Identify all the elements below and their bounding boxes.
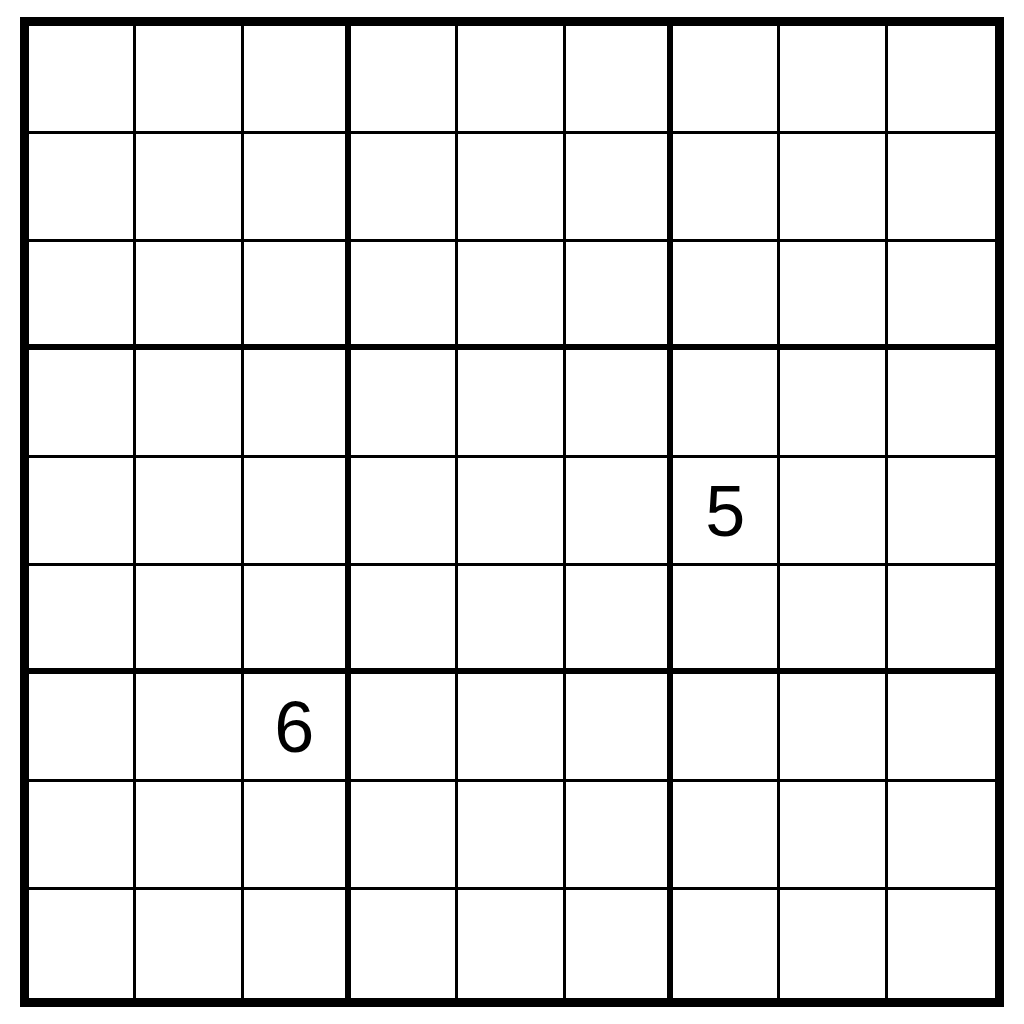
- cell-r9c6[interactable]: [566, 890, 673, 998]
- cell-r1c5[interactable]: [458, 26, 565, 134]
- cell-r1c9[interactable]: [888, 26, 995, 134]
- cell-r5c8[interactable]: [780, 458, 887, 566]
- cell-r4c9[interactable]: [888, 350, 995, 458]
- cell-r2c5[interactable]: [458, 134, 565, 242]
- cell-r7c4[interactable]: [351, 674, 458, 782]
- cell-r5c1[interactable]: [29, 458, 136, 566]
- cell-r5c6[interactable]: [566, 458, 673, 566]
- cell-r4c8[interactable]: [780, 350, 887, 458]
- cell-r9c7[interactable]: [673, 890, 780, 998]
- cell-r3c4[interactable]: [351, 242, 458, 350]
- cell-r8c8[interactable]: [780, 782, 887, 890]
- cell-r1c7[interactable]: [673, 26, 780, 134]
- cell-r5c9[interactable]: [888, 458, 995, 566]
- cell-r1c4[interactable]: [351, 26, 458, 134]
- cell-r7c3[interactable]: 6: [244, 674, 351, 782]
- cell-r5c3[interactable]: [244, 458, 351, 566]
- cell-r4c2[interactable]: [136, 350, 243, 458]
- cell-r7c8[interactable]: [780, 674, 887, 782]
- cell-r3c2[interactable]: [136, 242, 243, 350]
- cell-r3c5[interactable]: [458, 242, 565, 350]
- cell-r4c4[interactable]: [351, 350, 458, 458]
- cell-r9c9[interactable]: [888, 890, 995, 998]
- cell-r3c9[interactable]: [888, 242, 995, 350]
- cell-r6c7[interactable]: [673, 566, 780, 674]
- cell-r3c3[interactable]: [244, 242, 351, 350]
- cell-r5c7[interactable]: 5: [673, 458, 780, 566]
- sudoku-board: 56: [20, 17, 1004, 1007]
- cell-r2c4[interactable]: [351, 134, 458, 242]
- cell-r3c6[interactable]: [566, 242, 673, 350]
- cell-r8c6[interactable]: [566, 782, 673, 890]
- cell-r9c4[interactable]: [351, 890, 458, 998]
- cell-r4c3[interactable]: [244, 350, 351, 458]
- cell-r9c8[interactable]: [780, 890, 887, 998]
- cell-r3c7[interactable]: [673, 242, 780, 350]
- cell-r7c5[interactable]: [458, 674, 565, 782]
- cell-r9c1[interactable]: [29, 890, 136, 998]
- given-digit: 6: [274, 691, 314, 763]
- cell-r6c3[interactable]: [244, 566, 351, 674]
- cell-r3c1[interactable]: [29, 242, 136, 350]
- cell-r8c1[interactable]: [29, 782, 136, 890]
- cell-r4c1[interactable]: [29, 350, 136, 458]
- cell-r1c3[interactable]: [244, 26, 351, 134]
- cell-r6c9[interactable]: [888, 566, 995, 674]
- cell-r6c2[interactable]: [136, 566, 243, 674]
- cell-r8c9[interactable]: [888, 782, 995, 890]
- cell-r1c8[interactable]: [780, 26, 887, 134]
- cell-r1c6[interactable]: [566, 26, 673, 134]
- cell-r7c1[interactable]: [29, 674, 136, 782]
- cell-r6c1[interactable]: [29, 566, 136, 674]
- cell-r7c9[interactable]: [888, 674, 995, 782]
- cell-r9c3[interactable]: [244, 890, 351, 998]
- cell-r2c6[interactable]: [566, 134, 673, 242]
- cell-r4c7[interactable]: [673, 350, 780, 458]
- cell-r2c7[interactable]: [673, 134, 780, 242]
- cell-r7c6[interactable]: [566, 674, 673, 782]
- cell-r1c1[interactable]: [29, 26, 136, 134]
- cell-r8c2[interactable]: [136, 782, 243, 890]
- cell-r6c5[interactable]: [458, 566, 565, 674]
- cell-r3c8[interactable]: [780, 242, 887, 350]
- cell-r2c1[interactable]: [29, 134, 136, 242]
- cell-r2c9[interactable]: [888, 134, 995, 242]
- cell-r1c2[interactable]: [136, 26, 243, 134]
- cell-r8c5[interactable]: [458, 782, 565, 890]
- cell-r6c8[interactable]: [780, 566, 887, 674]
- cell-r5c2[interactable]: [136, 458, 243, 566]
- cell-r4c6[interactable]: [566, 350, 673, 458]
- cell-r8c4[interactable]: [351, 782, 458, 890]
- cell-r9c2[interactable]: [136, 890, 243, 998]
- cell-r5c5[interactable]: [458, 458, 565, 566]
- cell-r2c2[interactable]: [136, 134, 243, 242]
- cell-r2c8[interactable]: [780, 134, 887, 242]
- cell-r7c7[interactable]: [673, 674, 780, 782]
- cell-r2c3[interactable]: [244, 134, 351, 242]
- cell-r6c6[interactable]: [566, 566, 673, 674]
- cell-r4c5[interactable]: [458, 350, 565, 458]
- cell-r5c4[interactable]: [351, 458, 458, 566]
- cell-r7c2[interactable]: [136, 674, 243, 782]
- cell-r8c7[interactable]: [673, 782, 780, 890]
- cell-r6c4[interactable]: [351, 566, 458, 674]
- given-digit: 5: [705, 475, 745, 547]
- cell-r8c3[interactable]: [244, 782, 351, 890]
- cell-r9c5[interactable]: [458, 890, 565, 998]
